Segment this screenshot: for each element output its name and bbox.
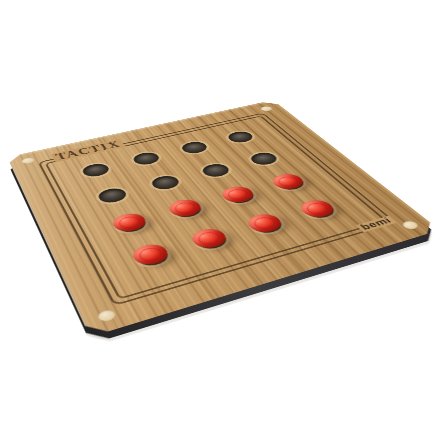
hole	[130, 151, 162, 167]
red-peg[interactable]	[110, 211, 150, 234]
hole	[247, 151, 280, 167]
product-photo-stage: TACTIX bemi	[0, 0, 448, 448]
corner-plug	[96, 308, 117, 323]
corner-plug	[21, 157, 36, 165]
hole	[199, 162, 233, 179]
red-peg[interactable]	[165, 197, 205, 219]
red-peg[interactable]	[296, 198, 339, 220]
hole	[148, 174, 182, 192]
red-peg[interactable]	[243, 212, 286, 235]
corner-plug	[400, 220, 421, 231]
hole	[80, 162, 112, 179]
red-peg[interactable]	[129, 242, 172, 268]
hole	[225, 130, 256, 144]
red-peg[interactable]	[188, 226, 231, 251]
hole	[178, 140, 209, 155]
red-peg[interactable]	[218, 184, 258, 205]
hole	[95, 187, 129, 205]
red-peg[interactable]	[268, 172, 308, 192]
corner-plug	[259, 106, 274, 112]
